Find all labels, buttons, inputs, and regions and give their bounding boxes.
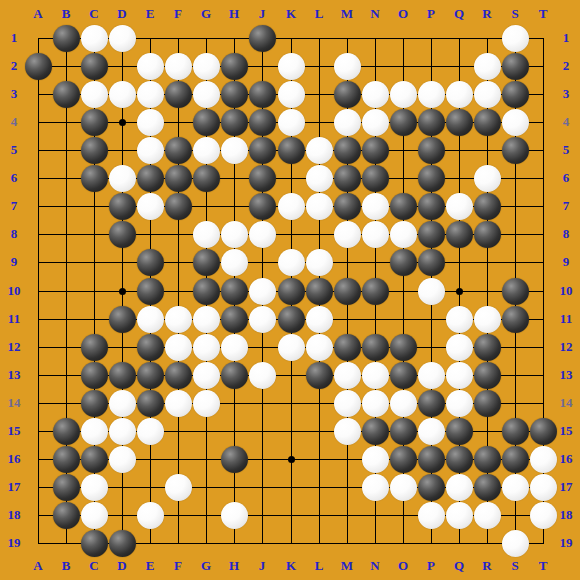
row-label: 19 bbox=[0, 535, 28, 551]
white-stone[interactable] bbox=[474, 81, 501, 108]
black-stone[interactable] bbox=[165, 137, 192, 164]
black-stone[interactable] bbox=[502, 306, 529, 333]
black-stone[interactable] bbox=[474, 446, 501, 473]
black-stone[interactable] bbox=[334, 278, 361, 305]
white-stone[interactable] bbox=[278, 53, 305, 80]
black-stone[interactable] bbox=[221, 362, 248, 389]
black-stone[interactable] bbox=[278, 278, 305, 305]
white-stone[interactable] bbox=[334, 53, 361, 80]
black-stone[interactable] bbox=[165, 193, 192, 220]
black-stone[interactable] bbox=[278, 306, 305, 333]
go-board[interactable]: AABBCCDDEEFFGGHHJJKKLLMMNNOOPPQQRRSSTT11… bbox=[0, 0, 580, 580]
white-stone[interactable] bbox=[474, 53, 501, 80]
black-stone[interactable] bbox=[53, 81, 80, 108]
white-stone[interactable] bbox=[446, 193, 473, 220]
black-stone[interactable] bbox=[193, 278, 220, 305]
black-stone[interactable] bbox=[81, 362, 108, 389]
white-stone[interactable] bbox=[81, 25, 108, 52]
column-label: P bbox=[417, 558, 445, 574]
row-label: 10 bbox=[0, 283, 28, 299]
column-label: A bbox=[24, 6, 52, 22]
black-stone[interactable] bbox=[334, 193, 361, 220]
white-stone[interactable] bbox=[109, 446, 136, 473]
column-label: G bbox=[192, 558, 220, 574]
row-label: 3 bbox=[0, 86, 28, 102]
white-stone[interactable] bbox=[193, 362, 220, 389]
black-stone[interactable] bbox=[81, 109, 108, 136]
black-stone[interactable] bbox=[221, 53, 248, 80]
black-stone[interactable] bbox=[334, 334, 361, 361]
black-stone[interactable] bbox=[474, 221, 501, 248]
row-label: 17 bbox=[552, 479, 580, 495]
black-stone[interactable] bbox=[137, 165, 164, 192]
white-stone[interactable] bbox=[446, 81, 473, 108]
white-stone[interactable] bbox=[221, 502, 248, 529]
white-stone[interactable] bbox=[137, 418, 164, 445]
black-stone[interactable] bbox=[53, 446, 80, 473]
column-label: G bbox=[192, 6, 220, 22]
black-stone[interactable] bbox=[81, 53, 108, 80]
black-stone[interactable] bbox=[81, 530, 108, 557]
white-stone[interactable] bbox=[418, 81, 445, 108]
black-stone[interactable] bbox=[362, 278, 389, 305]
white-stone[interactable] bbox=[137, 502, 164, 529]
white-stone[interactable] bbox=[306, 306, 333, 333]
column-label: Q bbox=[445, 558, 473, 574]
white-stone[interactable] bbox=[306, 249, 333, 276]
column-label: A bbox=[24, 558, 52, 574]
black-stone[interactable] bbox=[390, 362, 417, 389]
black-stone[interactable] bbox=[137, 390, 164, 417]
white-stone[interactable] bbox=[334, 362, 361, 389]
white-stone[interactable] bbox=[249, 278, 276, 305]
row-label: 1 bbox=[0, 30, 28, 46]
white-stone[interactable] bbox=[137, 81, 164, 108]
row-label: 13 bbox=[552, 367, 580, 383]
black-stone[interactable] bbox=[137, 362, 164, 389]
row-label: 15 bbox=[552, 423, 580, 439]
row-label: 18 bbox=[0, 507, 28, 523]
white-stone[interactable] bbox=[81, 418, 108, 445]
white-stone[interactable] bbox=[390, 474, 417, 501]
row-label: 14 bbox=[552, 395, 580, 411]
black-stone[interactable] bbox=[390, 334, 417, 361]
black-stone[interactable] bbox=[137, 249, 164, 276]
black-stone[interactable] bbox=[165, 362, 192, 389]
white-stone[interactable] bbox=[165, 306, 192, 333]
black-stone[interactable] bbox=[362, 165, 389, 192]
row-label: 14 bbox=[0, 395, 28, 411]
black-stone[interactable] bbox=[53, 418, 80, 445]
white-stone[interactable] bbox=[446, 362, 473, 389]
column-label: D bbox=[108, 558, 136, 574]
black-stone[interactable] bbox=[418, 249, 445, 276]
column-label: R bbox=[473, 6, 501, 22]
row-label: 12 bbox=[552, 339, 580, 355]
white-stone[interactable] bbox=[502, 25, 529, 52]
white-stone[interactable] bbox=[221, 221, 248, 248]
column-label: C bbox=[80, 6, 108, 22]
white-stone[interactable] bbox=[165, 390, 192, 417]
column-label: D bbox=[108, 6, 136, 22]
black-stone[interactable] bbox=[81, 165, 108, 192]
column-label: F bbox=[164, 6, 192, 22]
white-stone[interactable] bbox=[81, 81, 108, 108]
row-label: 15 bbox=[0, 423, 28, 439]
black-stone[interactable] bbox=[81, 137, 108, 164]
white-stone[interactable] bbox=[137, 306, 164, 333]
white-stone[interactable] bbox=[221, 334, 248, 361]
white-stone[interactable] bbox=[278, 249, 305, 276]
column-label: P bbox=[417, 6, 445, 22]
white-stone[interactable] bbox=[474, 502, 501, 529]
white-stone[interactable] bbox=[446, 390, 473, 417]
column-label: C bbox=[80, 558, 108, 574]
row-label: 7 bbox=[552, 198, 580, 214]
white-stone[interactable] bbox=[362, 474, 389, 501]
white-stone[interactable] bbox=[109, 418, 136, 445]
row-label: 11 bbox=[552, 311, 580, 327]
black-stone[interactable] bbox=[502, 137, 529, 164]
row-label: 1 bbox=[552, 30, 580, 46]
white-stone[interactable] bbox=[193, 390, 220, 417]
black-stone[interactable] bbox=[137, 334, 164, 361]
black-stone[interactable] bbox=[390, 446, 417, 473]
black-stone[interactable] bbox=[278, 137, 305, 164]
white-stone[interactable] bbox=[137, 53, 164, 80]
row-label: 6 bbox=[0, 170, 28, 186]
white-stone[interactable] bbox=[362, 109, 389, 136]
white-stone[interactable] bbox=[334, 221, 361, 248]
black-stone[interactable] bbox=[418, 193, 445, 220]
white-stone[interactable] bbox=[502, 530, 529, 557]
column-label: L bbox=[305, 6, 333, 22]
white-stone[interactable] bbox=[390, 81, 417, 108]
black-stone[interactable] bbox=[418, 446, 445, 473]
white-stone[interactable] bbox=[109, 81, 136, 108]
white-stone[interactable] bbox=[418, 362, 445, 389]
black-stone[interactable] bbox=[474, 474, 501, 501]
black-stone[interactable] bbox=[109, 193, 136, 220]
black-stone[interactable] bbox=[221, 109, 248, 136]
black-stone[interactable] bbox=[221, 278, 248, 305]
white-stone[interactable] bbox=[137, 137, 164, 164]
row-label: 7 bbox=[0, 198, 28, 214]
white-stone[interactable] bbox=[306, 137, 333, 164]
black-stone[interactable] bbox=[418, 221, 445, 248]
black-stone[interactable] bbox=[418, 165, 445, 192]
white-stone[interactable] bbox=[446, 502, 473, 529]
black-stone[interactable] bbox=[306, 362, 333, 389]
white-stone[interactable] bbox=[193, 81, 220, 108]
row-label: 9 bbox=[552, 254, 580, 270]
white-stone[interactable] bbox=[418, 418, 445, 445]
black-stone[interactable] bbox=[390, 193, 417, 220]
black-stone[interactable] bbox=[221, 81, 248, 108]
black-stone[interactable] bbox=[53, 474, 80, 501]
star-point bbox=[456, 288, 463, 295]
column-label: H bbox=[220, 6, 248, 22]
white-stone[interactable] bbox=[137, 109, 164, 136]
black-stone[interactable] bbox=[474, 193, 501, 220]
white-stone[interactable] bbox=[193, 53, 220, 80]
white-stone[interactable] bbox=[362, 446, 389, 473]
white-stone[interactable] bbox=[502, 109, 529, 136]
white-stone[interactable] bbox=[502, 474, 529, 501]
black-stone[interactable] bbox=[362, 418, 389, 445]
black-stone[interactable] bbox=[53, 502, 80, 529]
black-stone[interactable] bbox=[362, 334, 389, 361]
column-label: N bbox=[361, 6, 389, 22]
black-stone[interactable] bbox=[390, 109, 417, 136]
white-stone[interactable] bbox=[306, 334, 333, 361]
row-label: 4 bbox=[0, 114, 28, 130]
black-stone[interactable] bbox=[109, 306, 136, 333]
white-stone[interactable] bbox=[362, 193, 389, 220]
black-stone[interactable] bbox=[502, 278, 529, 305]
black-stone[interactable] bbox=[249, 25, 276, 52]
white-stone[interactable] bbox=[418, 278, 445, 305]
black-stone[interactable] bbox=[418, 109, 445, 136]
white-stone[interactable] bbox=[109, 25, 136, 52]
white-stone[interactable] bbox=[81, 474, 108, 501]
column-label: E bbox=[136, 6, 164, 22]
white-stone[interactable] bbox=[109, 165, 136, 192]
black-stone[interactable] bbox=[502, 53, 529, 80]
black-stone[interactable] bbox=[474, 334, 501, 361]
row-label: 5 bbox=[0, 142, 28, 158]
black-stone[interactable] bbox=[502, 418, 529, 445]
white-stone[interactable] bbox=[278, 81, 305, 108]
black-stone[interactable] bbox=[193, 165, 220, 192]
column-label: B bbox=[52, 6, 80, 22]
black-stone[interactable] bbox=[137, 278, 164, 305]
black-stone[interactable] bbox=[221, 306, 248, 333]
black-stone[interactable] bbox=[502, 81, 529, 108]
black-stone[interactable] bbox=[334, 81, 361, 108]
black-stone[interactable] bbox=[446, 418, 473, 445]
black-stone[interactable] bbox=[418, 390, 445, 417]
black-stone[interactable] bbox=[165, 165, 192, 192]
black-stone[interactable] bbox=[474, 109, 501, 136]
star-point bbox=[288, 456, 295, 463]
black-stone[interactable] bbox=[81, 390, 108, 417]
white-stone[interactable] bbox=[278, 109, 305, 136]
white-stone[interactable] bbox=[137, 193, 164, 220]
row-label: 4 bbox=[552, 114, 580, 130]
row-label: 11 bbox=[0, 311, 28, 327]
black-stone[interactable] bbox=[81, 334, 108, 361]
black-stone[interactable] bbox=[418, 474, 445, 501]
white-stone[interactable] bbox=[306, 193, 333, 220]
row-label: 9 bbox=[0, 254, 28, 270]
white-stone[interactable] bbox=[165, 474, 192, 501]
row-label: 19 bbox=[552, 535, 580, 551]
white-stone[interactable] bbox=[334, 109, 361, 136]
row-label: 2 bbox=[552, 58, 580, 74]
black-stone[interactable] bbox=[81, 446, 108, 473]
white-stone[interactable] bbox=[193, 221, 220, 248]
white-stone[interactable] bbox=[362, 221, 389, 248]
black-stone[interactable] bbox=[474, 362, 501, 389]
black-stone[interactable] bbox=[502, 446, 529, 473]
white-stone[interactable] bbox=[165, 53, 192, 80]
column-label: L bbox=[305, 558, 333, 574]
white-stone[interactable] bbox=[362, 362, 389, 389]
column-label: Q bbox=[445, 6, 473, 22]
row-label: 2 bbox=[0, 58, 28, 74]
star-point bbox=[119, 288, 126, 295]
black-stone[interactable] bbox=[53, 25, 80, 52]
column-label: K bbox=[277, 6, 305, 22]
white-stone[interactable] bbox=[334, 418, 361, 445]
black-stone[interactable] bbox=[306, 278, 333, 305]
white-stone[interactable] bbox=[418, 502, 445, 529]
white-stone[interactable] bbox=[362, 390, 389, 417]
column-label: N bbox=[361, 558, 389, 574]
black-stone[interactable] bbox=[249, 193, 276, 220]
black-stone[interactable] bbox=[334, 165, 361, 192]
white-stone[interactable] bbox=[221, 249, 248, 276]
white-stone[interactable] bbox=[221, 137, 248, 164]
white-stone[interactable] bbox=[390, 390, 417, 417]
black-stone[interactable] bbox=[109, 530, 136, 557]
row-label: 16 bbox=[552, 451, 580, 467]
black-stone[interactable] bbox=[446, 221, 473, 248]
column-label: J bbox=[248, 558, 276, 574]
black-stone[interactable] bbox=[334, 137, 361, 164]
column-label: J bbox=[248, 6, 276, 22]
row-label: 18 bbox=[552, 507, 580, 523]
black-stone[interactable] bbox=[109, 221, 136, 248]
white-stone[interactable] bbox=[249, 221, 276, 248]
black-stone[interactable] bbox=[25, 53, 52, 80]
row-label: 12 bbox=[0, 339, 28, 355]
row-label: 17 bbox=[0, 479, 28, 495]
black-stone[interactable] bbox=[390, 418, 417, 445]
column-label: B bbox=[52, 558, 80, 574]
white-stone[interactable] bbox=[334, 390, 361, 417]
row-label: 6 bbox=[552, 170, 580, 186]
column-label: O bbox=[389, 6, 417, 22]
column-label: F bbox=[164, 558, 192, 574]
star-point bbox=[119, 119, 126, 126]
column-label: S bbox=[501, 558, 529, 574]
column-label: M bbox=[333, 6, 361, 22]
black-stone[interactable] bbox=[474, 390, 501, 417]
column-label: E bbox=[136, 558, 164, 574]
white-stone[interactable] bbox=[249, 362, 276, 389]
white-stone[interactable] bbox=[446, 334, 473, 361]
white-stone[interactable] bbox=[390, 221, 417, 248]
black-stone[interactable] bbox=[249, 109, 276, 136]
column-label: T bbox=[529, 558, 557, 574]
white-stone[interactable] bbox=[249, 306, 276, 333]
black-stone[interactable] bbox=[221, 446, 248, 473]
black-stone[interactable] bbox=[249, 137, 276, 164]
column-label: K bbox=[277, 558, 305, 574]
white-stone[interactable] bbox=[193, 334, 220, 361]
black-stone[interactable] bbox=[193, 109, 220, 136]
black-stone[interactable] bbox=[446, 109, 473, 136]
black-stone[interactable] bbox=[249, 165, 276, 192]
column-label: O bbox=[389, 558, 417, 574]
white-stone[interactable] bbox=[306, 165, 333, 192]
row-label: 5 bbox=[552, 142, 580, 158]
white-stone[interactable] bbox=[446, 474, 473, 501]
column-label: H bbox=[220, 558, 248, 574]
black-stone[interactable] bbox=[362, 137, 389, 164]
white-stone[interactable] bbox=[474, 306, 501, 333]
white-stone[interactable] bbox=[278, 334, 305, 361]
white-stone[interactable] bbox=[81, 502, 108, 529]
white-stone[interactable] bbox=[165, 334, 192, 361]
black-stone[interactable] bbox=[446, 446, 473, 473]
column-label: T bbox=[529, 6, 557, 22]
white-stone[interactable] bbox=[362, 81, 389, 108]
white-stone[interactable] bbox=[446, 306, 473, 333]
white-stone[interactable] bbox=[109, 390, 136, 417]
white-stone[interactable] bbox=[474, 165, 501, 192]
column-label: S bbox=[501, 6, 529, 22]
white-stone[interactable] bbox=[193, 137, 220, 164]
row-label: 16 bbox=[0, 451, 28, 467]
black-stone[interactable] bbox=[249, 81, 276, 108]
row-label: 8 bbox=[552, 226, 580, 242]
row-label: 13 bbox=[0, 367, 28, 383]
row-label: 8 bbox=[0, 226, 28, 242]
column-label: M bbox=[333, 558, 361, 574]
black-stone[interactable] bbox=[390, 249, 417, 276]
row-label: 10 bbox=[552, 283, 580, 299]
white-stone[interactable] bbox=[193, 306, 220, 333]
column-label: R bbox=[473, 558, 501, 574]
black-stone[interactable] bbox=[109, 362, 136, 389]
row-label: 3 bbox=[552, 86, 580, 102]
black-stone[interactable] bbox=[165, 81, 192, 108]
black-stone[interactable] bbox=[418, 137, 445, 164]
black-stone[interactable] bbox=[193, 249, 220, 276]
white-stone[interactable] bbox=[278, 193, 305, 220]
